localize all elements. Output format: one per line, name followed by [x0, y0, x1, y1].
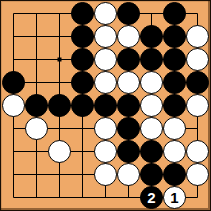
intersection [25, 140, 48, 163]
black-stone [163, 25, 186, 48]
intersection [25, 2, 48, 25]
intersection [48, 71, 71, 94]
intersection [48, 163, 71, 186]
black-stone [48, 94, 71, 117]
black-stone [140, 48, 163, 71]
black-stone [117, 94, 140, 117]
white-stone: 1 [163, 186, 186, 209]
black-stone [117, 117, 140, 140]
white-stone [94, 2, 117, 25]
intersection [25, 25, 48, 48]
white-stone [94, 71, 117, 94]
intersection [117, 71, 140, 94]
intersection [48, 2, 71, 25]
white-stone [94, 48, 117, 71]
white-stone [2, 94, 25, 117]
intersection: 2 [140, 186, 163, 209]
intersection [163, 48, 186, 71]
white-stone [94, 163, 117, 186]
white-stone [140, 117, 163, 140]
move-number-label: 1 [170, 190, 178, 205]
intersection [163, 71, 186, 94]
intersection [48, 94, 71, 117]
intersection [25, 163, 48, 186]
white-stone [186, 140, 209, 163]
intersection [71, 163, 94, 186]
intersection [186, 25, 209, 48]
black-stone [140, 25, 163, 48]
intersection [2, 2, 25, 25]
white-stone [163, 140, 186, 163]
black-stone [163, 2, 186, 25]
intersection [140, 140, 163, 163]
black-stone [71, 94, 94, 117]
intersection [94, 48, 117, 71]
black-stone [25, 94, 48, 117]
black-stone: 2 [140, 186, 163, 209]
white-stone [117, 163, 140, 186]
white-stone [163, 117, 186, 140]
intersection [94, 25, 117, 48]
intersection [117, 2, 140, 25]
intersection [2, 140, 25, 163]
intersection [163, 140, 186, 163]
black-stone [117, 2, 140, 25]
black-stone [71, 25, 94, 48]
intersection [48, 25, 71, 48]
intersection [71, 48, 94, 71]
intersection [140, 163, 163, 186]
intersection [163, 25, 186, 48]
intersection [2, 71, 25, 94]
intersection [48, 48, 71, 71]
intersection [186, 48, 209, 71]
white-stone [186, 163, 209, 186]
intersection [25, 94, 48, 117]
white-stone [186, 25, 209, 48]
intersection [186, 94, 209, 117]
intersection [25, 71, 48, 94]
intersection [117, 94, 140, 117]
intersection [186, 163, 209, 186]
go-board: 21 [0, 0, 211, 211]
intersection [71, 117, 94, 140]
intersection [94, 163, 117, 186]
move-number-label: 2 [147, 190, 155, 205]
intersection [140, 48, 163, 71]
black-stone [186, 71, 209, 94]
intersection [25, 117, 48, 140]
white-stone [140, 94, 163, 117]
black-stone [117, 140, 140, 163]
white-stone [186, 48, 209, 71]
board-grid: 21 [2, 2, 209, 209]
intersection [94, 94, 117, 117]
intersection [186, 71, 209, 94]
intersection [94, 140, 117, 163]
white-stone [186, 94, 209, 117]
intersection [117, 186, 140, 209]
intersection [140, 117, 163, 140]
black-stone [140, 140, 163, 163]
black-stone [163, 94, 186, 117]
intersection [94, 2, 117, 25]
intersection [94, 186, 117, 209]
black-stone [117, 48, 140, 71]
white-stone [94, 117, 117, 140]
intersection [71, 71, 94, 94]
intersection [163, 94, 186, 117]
intersection [186, 186, 209, 209]
white-stone [94, 25, 117, 48]
intersection [2, 94, 25, 117]
intersection [2, 117, 25, 140]
intersection [71, 94, 94, 117]
white-stone [94, 140, 117, 163]
black-stone [2, 71, 25, 94]
intersection [163, 163, 186, 186]
intersection [163, 2, 186, 25]
black-stone [140, 163, 163, 186]
intersection [94, 117, 117, 140]
intersection [2, 186, 25, 209]
white-stone [140, 71, 163, 94]
intersection [163, 117, 186, 140]
intersection [186, 2, 209, 25]
intersection [71, 25, 94, 48]
intersection [140, 94, 163, 117]
intersection [48, 140, 71, 163]
intersection [2, 48, 25, 71]
intersection [186, 117, 209, 140]
intersection [71, 140, 94, 163]
intersection [2, 25, 25, 48]
intersection [117, 163, 140, 186]
intersection [117, 25, 140, 48]
intersection [140, 25, 163, 48]
white-stone [48, 140, 71, 163]
intersection [71, 186, 94, 209]
intersection [25, 48, 48, 71]
white-stone [117, 71, 140, 94]
black-stone [163, 48, 186, 71]
black-stone [163, 163, 186, 186]
intersection [71, 2, 94, 25]
black-stone [94, 94, 117, 117]
intersection [186, 140, 209, 163]
intersection [140, 71, 163, 94]
intersection [117, 140, 140, 163]
intersection [48, 117, 71, 140]
intersection [94, 71, 117, 94]
black-stone [71, 48, 94, 71]
white-stone [117, 25, 140, 48]
intersection [117, 48, 140, 71]
intersection [117, 117, 140, 140]
black-stone [71, 2, 94, 25]
black-stone [71, 71, 94, 94]
intersection [48, 186, 71, 209]
intersection [2, 163, 25, 186]
intersection [140, 2, 163, 25]
intersection: 1 [163, 186, 186, 209]
intersection [25, 186, 48, 209]
black-stone [163, 71, 186, 94]
white-stone [25, 117, 48, 140]
